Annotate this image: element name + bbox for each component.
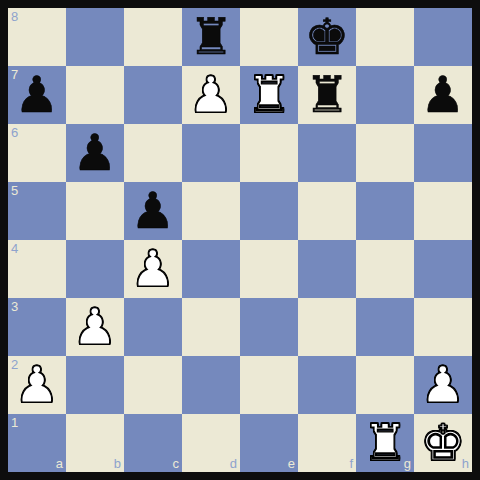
white-rook[interactable]: ♜ xyxy=(356,414,414,472)
square-h2[interactable]: ♟ xyxy=(414,356,472,414)
rank-label-3: 3 xyxy=(11,300,18,313)
square-e4[interactable] xyxy=(240,240,298,298)
square-h4[interactable] xyxy=(414,240,472,298)
square-b6[interactable]: ♟ xyxy=(66,124,124,182)
square-h8[interactable] xyxy=(414,8,472,66)
black-king[interactable]: ♚ xyxy=(298,8,356,66)
square-b3[interactable]: ♟ xyxy=(66,298,124,356)
chess-board: 8♜♚7♟♟♜♜♟6♟5♟4♟3♟2♟♟1abcdefg♜h♚ xyxy=(8,8,472,472)
square-d5[interactable] xyxy=(182,182,240,240)
square-d3[interactable] xyxy=(182,298,240,356)
square-h1[interactable]: h♚ xyxy=(414,414,472,472)
square-a8[interactable]: 8 xyxy=(8,8,66,66)
square-c6[interactable] xyxy=(124,124,182,182)
board-frame: 8♜♚7♟♟♜♜♟6♟5♟4♟3♟2♟♟1abcdefg♜h♚ xyxy=(0,0,480,480)
square-a6[interactable]: 6 xyxy=(8,124,66,182)
file-label-c: c xyxy=(173,457,180,470)
square-a2[interactable]: 2♟ xyxy=(8,356,66,414)
square-d7[interactable]: ♟ xyxy=(182,66,240,124)
square-f4[interactable] xyxy=(298,240,356,298)
square-f8[interactable]: ♚ xyxy=(298,8,356,66)
white-pawn[interactable]: ♟ xyxy=(414,356,472,414)
rank-label-8: 8 xyxy=(11,10,18,23)
square-f3[interactable] xyxy=(298,298,356,356)
rank-label-5: 5 xyxy=(11,184,18,197)
square-h6[interactable] xyxy=(414,124,472,182)
white-king[interactable]: ♚ xyxy=(414,414,472,472)
square-a5[interactable]: 5 xyxy=(8,182,66,240)
square-d2[interactable] xyxy=(182,356,240,414)
square-c1[interactable]: c xyxy=(124,414,182,472)
square-g1[interactable]: g♜ xyxy=(356,414,414,472)
square-g4[interactable] xyxy=(356,240,414,298)
square-f1[interactable]: f xyxy=(298,414,356,472)
black-rook[interactable]: ♜ xyxy=(182,8,240,66)
white-pawn[interactable]: ♟ xyxy=(124,240,182,298)
rank-label-1: 1 xyxy=(11,416,18,429)
square-e5[interactable] xyxy=(240,182,298,240)
square-f5[interactable] xyxy=(298,182,356,240)
square-e3[interactable] xyxy=(240,298,298,356)
rank-label-6: 6 xyxy=(11,126,18,139)
square-e1[interactable]: e xyxy=(240,414,298,472)
square-a3[interactable]: 3 xyxy=(8,298,66,356)
black-rook[interactable]: ♜ xyxy=(298,66,356,124)
square-a7[interactable]: 7♟ xyxy=(8,66,66,124)
square-g3[interactable] xyxy=(356,298,414,356)
square-g7[interactable] xyxy=(356,66,414,124)
square-d4[interactable] xyxy=(182,240,240,298)
square-e7[interactable]: ♜ xyxy=(240,66,298,124)
square-c4[interactable]: ♟ xyxy=(124,240,182,298)
square-f2[interactable] xyxy=(298,356,356,414)
square-c5[interactable]: ♟ xyxy=(124,182,182,240)
square-b8[interactable] xyxy=(66,8,124,66)
file-label-d: d xyxy=(230,457,237,470)
square-f7[interactable]: ♜ xyxy=(298,66,356,124)
white-pawn[interactable]: ♟ xyxy=(182,66,240,124)
square-h3[interactable] xyxy=(414,298,472,356)
white-pawn[interactable]: ♟ xyxy=(8,356,66,414)
file-label-a: a xyxy=(56,457,63,470)
rank-label-4: 4 xyxy=(11,242,18,255)
square-e2[interactable] xyxy=(240,356,298,414)
file-label-e: e xyxy=(288,457,295,470)
white-rook[interactable]: ♜ xyxy=(240,66,298,124)
square-d6[interactable] xyxy=(182,124,240,182)
square-h7[interactable]: ♟ xyxy=(414,66,472,124)
square-c7[interactable] xyxy=(124,66,182,124)
square-b7[interactable] xyxy=(66,66,124,124)
square-d1[interactable]: d xyxy=(182,414,240,472)
square-a1[interactable]: 1a xyxy=(8,414,66,472)
square-d8[interactable]: ♜ xyxy=(182,8,240,66)
square-b4[interactable] xyxy=(66,240,124,298)
file-label-b: b xyxy=(114,457,121,470)
square-c3[interactable] xyxy=(124,298,182,356)
square-b5[interactable] xyxy=(66,182,124,240)
square-b1[interactable]: b xyxy=(66,414,124,472)
square-g5[interactable] xyxy=(356,182,414,240)
black-pawn[interactable]: ♟ xyxy=(8,66,66,124)
black-pawn[interactable]: ♟ xyxy=(66,124,124,182)
white-pawn[interactable]: ♟ xyxy=(66,298,124,356)
square-g6[interactable] xyxy=(356,124,414,182)
black-pawn[interactable]: ♟ xyxy=(124,182,182,240)
square-g8[interactable] xyxy=(356,8,414,66)
square-a4[interactable]: 4 xyxy=(8,240,66,298)
file-label-f: f xyxy=(349,457,353,470)
square-g2[interactable] xyxy=(356,356,414,414)
square-c8[interactable] xyxy=(124,8,182,66)
square-c2[interactable] xyxy=(124,356,182,414)
square-e8[interactable] xyxy=(240,8,298,66)
square-f6[interactable] xyxy=(298,124,356,182)
black-pawn[interactable]: ♟ xyxy=(414,66,472,124)
square-h5[interactable] xyxy=(414,182,472,240)
square-b2[interactable] xyxy=(66,356,124,414)
square-e6[interactable] xyxy=(240,124,298,182)
